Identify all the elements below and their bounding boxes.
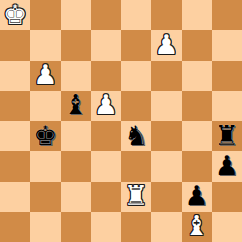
square-e2[interactable]: ♜ [121,182,151,212]
square-h2[interactable] [212,182,242,212]
square-d1[interactable] [91,212,121,242]
square-f8[interactable] [151,0,181,30]
square-d4[interactable] [91,121,121,151]
square-e7[interactable] [121,30,151,60]
square-h7[interactable] [212,30,242,60]
square-c4[interactable] [61,121,91,151]
square-h5[interactable] [212,91,242,121]
square-f1[interactable] [151,212,181,242]
square-c7[interactable] [61,30,91,60]
square-d2[interactable] [91,182,121,212]
square-d6[interactable] [91,61,121,91]
square-b4[interactable]: ♚ [30,121,60,151]
square-g1[interactable]: ♝ [182,212,212,242]
square-c1[interactable] [61,212,91,242]
square-g3[interactable] [182,151,212,181]
square-c5[interactable]: ♝ [61,91,91,121]
square-f4[interactable] [151,121,181,151]
square-b2[interactable] [30,182,60,212]
square-g7[interactable] [182,30,212,60]
square-g4[interactable] [182,121,212,151]
square-h4[interactable]: ♜ [212,121,242,151]
square-e3[interactable] [121,151,151,181]
square-e6[interactable] [121,61,151,91]
square-a3[interactable] [0,151,30,181]
square-c2[interactable] [61,182,91,212]
square-f2[interactable] [151,182,181,212]
square-c3[interactable] [61,151,91,181]
square-d7[interactable] [91,30,121,60]
square-a2[interactable] [0,182,30,212]
square-d3[interactable] [91,151,121,181]
square-g6[interactable] [182,61,212,91]
square-a1[interactable] [0,212,30,242]
square-b8[interactable] [30,0,60,30]
square-h1[interactable] [212,212,242,242]
square-c8[interactable] [61,0,91,30]
square-g5[interactable] [182,91,212,121]
white-bishop[interactable]: ♝ [185,212,209,239]
square-f6[interactable] [151,61,181,91]
white-pawn[interactable]: ♟ [94,91,118,118]
white-rook[interactable]: ♜ [124,182,148,209]
square-h3[interactable]: ♟ [212,151,242,181]
black-rook[interactable]: ♜ [215,122,239,149]
black-pawn[interactable]: ♟ [185,182,209,209]
square-a4[interactable] [0,121,30,151]
black-knight[interactable]: ♞ [124,122,148,149]
square-e8[interactable] [121,0,151,30]
white-king[interactable]: ♚ [3,1,27,28]
square-e5[interactable] [121,91,151,121]
square-b5[interactable] [30,91,60,121]
white-pawn[interactable]: ♟ [154,31,178,58]
square-g2[interactable]: ♟ [182,182,212,212]
square-f3[interactable] [151,151,181,181]
square-a8[interactable]: ♚ [0,0,30,30]
square-b6[interactable]: ♟ [30,61,60,91]
square-e1[interactable] [121,212,151,242]
square-c6[interactable] [61,61,91,91]
black-king[interactable]: ♚ [33,122,57,149]
square-f7[interactable]: ♟ [151,30,181,60]
square-e4[interactable]: ♞ [121,121,151,151]
black-pawn[interactable]: ♟ [215,152,239,179]
square-g8[interactable] [182,0,212,30]
square-b1[interactable] [30,212,60,242]
square-d8[interactable] [91,0,121,30]
square-h8[interactable] [212,0,242,30]
chess-board: ♚♟♟♝♟♚♞♜♟♜♟♝ [0,0,242,242]
square-a6[interactable] [0,61,30,91]
square-h6[interactable] [212,61,242,91]
square-f5[interactable] [151,91,181,121]
white-pawn[interactable]: ♟ [33,61,57,88]
square-b3[interactable] [30,151,60,181]
square-a7[interactable] [0,30,30,60]
square-d5[interactable]: ♟ [91,91,121,121]
square-b7[interactable] [30,30,60,60]
square-a5[interactable] [0,91,30,121]
black-bishop[interactable]: ♝ [64,91,88,118]
